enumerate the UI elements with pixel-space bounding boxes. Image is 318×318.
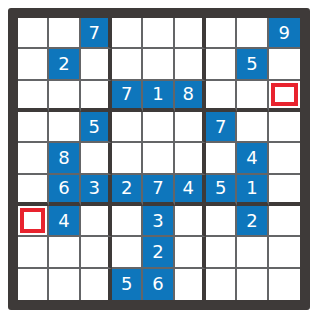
given-digit: 1 (246, 179, 257, 197)
sudoku-board: 792571857846327451432256 (8, 8, 310, 310)
given-digit: 2 (152, 243, 163, 261)
cell-r4c9[interactable] (269, 112, 300, 143)
cell-r3c5[interactable]: 1 (143, 81, 174, 112)
cell-r5c9[interactable] (269, 143, 300, 174)
given-digit: 5 (121, 275, 132, 293)
given-digit: 5 (89, 118, 100, 136)
sudoku-page: 792571857846327451432256 (0, 0, 318, 318)
cell-r8c3[interactable] (81, 237, 112, 268)
given-digit: 4 (58, 212, 69, 230)
cell-r3c1[interactable] (18, 81, 49, 112)
cell-r3c3[interactable] (81, 81, 112, 112)
cell-r7c2[interactable]: 4 (49, 206, 80, 237)
given-digit: 8 (183, 85, 194, 103)
cell-r9c9[interactable] (269, 269, 300, 300)
cell-r1c4[interactable] (112, 18, 143, 49)
cell-r5c2[interactable]: 8 (49, 143, 80, 174)
cell-r2c3[interactable] (81, 49, 112, 80)
cell-r1c1[interactable] (18, 18, 49, 49)
cell-r4c4[interactable] (112, 112, 143, 143)
highlight-square (20, 208, 45, 233)
cell-r4c5[interactable] (143, 112, 174, 143)
given-digit: 4 (183, 179, 194, 197)
cell-r5c5[interactable] (143, 143, 174, 174)
cell-r4c7[interactable]: 7 (206, 112, 237, 143)
given-digit: 2 (246, 212, 257, 230)
sudoku-grid: 792571857846327451432256 (18, 18, 300, 300)
cell-r2c9[interactable] (269, 49, 300, 80)
cell-r7c1[interactable] (18, 206, 49, 237)
cell-r5c6[interactable] (175, 143, 206, 174)
cell-r2c2[interactable]: 2 (49, 49, 80, 80)
cell-r1c3[interactable]: 7 (81, 18, 112, 49)
cell-r6c2[interactable]: 6 (49, 175, 80, 206)
cell-r8c7[interactable] (206, 237, 237, 268)
cell-r4c2[interactable] (49, 112, 80, 143)
cell-r7c5[interactable]: 3 (143, 206, 174, 237)
cell-r9c5[interactable]: 6 (143, 269, 174, 300)
cell-r3c7[interactable] (206, 81, 237, 112)
cell-r1c7[interactable] (206, 18, 237, 49)
cell-r7c9[interactable] (269, 206, 300, 237)
cell-r2c7[interactable] (206, 49, 237, 80)
cell-r6c5[interactable]: 7 (143, 175, 174, 206)
cell-r3c4[interactable]: 7 (112, 81, 143, 112)
cell-r1c6[interactable] (175, 18, 206, 49)
cell-r9c8[interactable] (237, 269, 268, 300)
cell-r2c1[interactable] (18, 49, 49, 80)
cell-r1c2[interactable] (49, 18, 80, 49)
cell-r1c9[interactable]: 9 (269, 18, 300, 49)
given-digit: 8 (58, 149, 69, 167)
cell-r6c1[interactable] (18, 175, 49, 206)
given-digit: 3 (152, 212, 163, 230)
cell-r3c8[interactable] (237, 81, 268, 112)
cell-r7c3[interactable] (81, 206, 112, 237)
given-digit: 5 (215, 179, 226, 197)
cell-r6c6[interactable]: 4 (175, 175, 206, 206)
cell-r7c7[interactable] (206, 206, 237, 237)
cell-r9c1[interactable] (18, 269, 49, 300)
cell-r8c5[interactable]: 2 (143, 237, 174, 268)
given-digit: 7 (121, 85, 132, 103)
cell-r5c1[interactable] (18, 143, 49, 174)
cell-r4c8[interactable] (237, 112, 268, 143)
cell-r4c6[interactable] (175, 112, 206, 143)
cell-r5c3[interactable] (81, 143, 112, 174)
cell-r3c2[interactable] (49, 81, 80, 112)
cell-r1c8[interactable] (237, 18, 268, 49)
given-digit: 6 (152, 275, 163, 293)
cell-r7c8[interactable]: 2 (237, 206, 268, 237)
cell-r2c4[interactable] (112, 49, 143, 80)
cell-r7c4[interactable] (112, 206, 143, 237)
cell-r8c2[interactable] (49, 237, 80, 268)
cell-r7c6[interactable] (175, 206, 206, 237)
cell-r9c7[interactable] (206, 269, 237, 300)
cell-r6c4[interactable]: 2 (112, 175, 143, 206)
cell-r5c8[interactable]: 4 (237, 143, 268, 174)
cell-r6c7[interactable]: 5 (206, 175, 237, 206)
given-digit: 2 (58, 55, 69, 73)
cell-r2c6[interactable] (175, 49, 206, 80)
cell-r9c2[interactable] (49, 269, 80, 300)
cell-r6c9[interactable] (269, 175, 300, 206)
cell-r6c3[interactable]: 3 (81, 175, 112, 206)
cell-r9c4[interactable]: 5 (112, 269, 143, 300)
cell-r9c6[interactable] (175, 269, 206, 300)
cell-r9c3[interactable] (81, 269, 112, 300)
given-digit: 7 (89, 24, 100, 42)
cell-r6c8[interactable]: 1 (237, 175, 268, 206)
given-digit: 1 (152, 85, 163, 103)
cell-r8c9[interactable] (269, 237, 300, 268)
given-digit: 9 (279, 24, 290, 42)
given-digit: 6 (58, 179, 69, 197)
cell-r1c5[interactable] (143, 18, 174, 49)
cell-r8c6[interactable] (175, 237, 206, 268)
cell-r3c6[interactable]: 8 (175, 81, 206, 112)
cell-r8c1[interactable] (18, 237, 49, 268)
given-digit: 4 (246, 149, 257, 167)
given-digit: 5 (246, 55, 257, 73)
cell-r4c3[interactable]: 5 (81, 112, 112, 143)
given-digit: 7 (152, 179, 163, 197)
cell-r2c8[interactable]: 5 (237, 49, 268, 80)
cell-r5c7[interactable] (206, 143, 237, 174)
highlight-square (271, 83, 298, 106)
cell-r8c8[interactable] (237, 237, 268, 268)
cell-r5c4[interactable] (112, 143, 143, 174)
cell-r4c1[interactable] (18, 112, 49, 143)
given-digit: 2 (121, 179, 132, 197)
given-digit: 7 (215, 118, 226, 136)
cell-r8c4[interactable] (112, 237, 143, 268)
cell-r3c9[interactable] (269, 81, 300, 112)
given-digit: 3 (89, 179, 100, 197)
cell-r2c5[interactable] (143, 49, 174, 80)
